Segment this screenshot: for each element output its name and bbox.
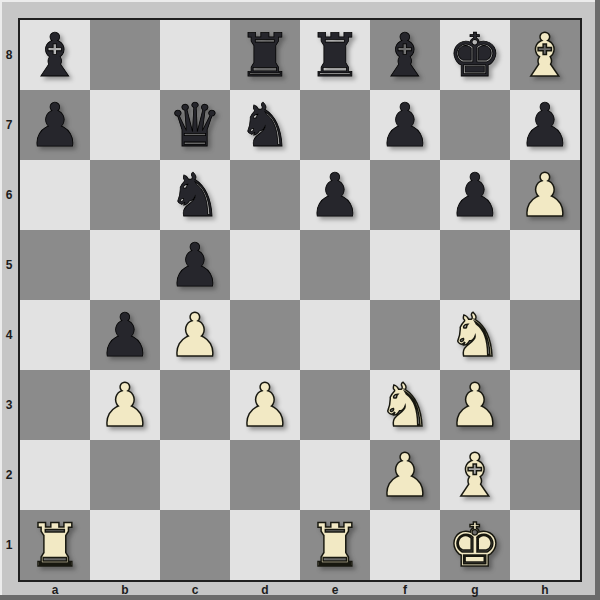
white-bishop-icon[interactable]: ♝ bbox=[518, 25, 572, 85]
square-h5[interactable] bbox=[510, 230, 580, 300]
rank-label-7: 7 bbox=[0, 90, 18, 160]
square-d8[interactable]: ♜ bbox=[230, 20, 300, 90]
black-pawn-icon[interactable]: ♟ bbox=[28, 95, 82, 155]
square-f3[interactable]: ♞ bbox=[370, 370, 440, 440]
square-f5[interactable] bbox=[370, 230, 440, 300]
square-a2[interactable] bbox=[20, 440, 90, 510]
black-pawn-icon[interactable]: ♟ bbox=[518, 95, 572, 155]
file-label-d: d bbox=[230, 581, 300, 598]
square-e5[interactable] bbox=[300, 230, 370, 300]
square-c3[interactable] bbox=[160, 370, 230, 440]
square-a5[interactable] bbox=[20, 230, 90, 300]
square-c6[interactable]: ♞ bbox=[160, 160, 230, 230]
square-h6[interactable]: ♟ bbox=[510, 160, 580, 230]
square-b2[interactable] bbox=[90, 440, 160, 510]
file-label-h: h bbox=[510, 581, 580, 598]
file-label-a: a bbox=[20, 581, 90, 598]
square-e4[interactable] bbox=[300, 300, 370, 370]
file-label-e: e bbox=[300, 581, 370, 598]
black-knight-icon[interactable]: ♞ bbox=[168, 165, 222, 225]
square-f7[interactable]: ♟ bbox=[370, 90, 440, 160]
square-b1[interactable] bbox=[90, 510, 160, 580]
file-label-b: b bbox=[90, 581, 160, 598]
square-c1[interactable] bbox=[160, 510, 230, 580]
white-rook-icon[interactable]: ♜ bbox=[28, 515, 82, 575]
square-c4[interactable]: ♟ bbox=[160, 300, 230, 370]
square-b6[interactable] bbox=[90, 160, 160, 230]
square-g6[interactable]: ♟ bbox=[440, 160, 510, 230]
square-f8[interactable]: ♝ bbox=[370, 20, 440, 90]
square-d4[interactable] bbox=[230, 300, 300, 370]
square-h1[interactable] bbox=[510, 510, 580, 580]
black-pawn-icon[interactable]: ♟ bbox=[448, 165, 502, 225]
square-b3[interactable]: ♟ bbox=[90, 370, 160, 440]
square-d2[interactable] bbox=[230, 440, 300, 510]
rank-label-6: 6 bbox=[0, 160, 18, 230]
square-c2[interactable] bbox=[160, 440, 230, 510]
square-g2[interactable]: ♝ bbox=[440, 440, 510, 510]
white-knight-icon[interactable]: ♞ bbox=[378, 375, 432, 435]
black-pawn-icon[interactable]: ♟ bbox=[308, 165, 362, 225]
square-g3[interactable]: ♟ bbox=[440, 370, 510, 440]
square-b7[interactable] bbox=[90, 90, 160, 160]
rank-label-4: 4 bbox=[0, 300, 18, 370]
chess-diagram: 8 7 6 5 4 3 2 1 ♝♜♜♝♚♝♟♛♞♟♟♞♟♟♟♟♟♟♞♟♟♞♟♟… bbox=[0, 0, 600, 600]
square-b5[interactable] bbox=[90, 230, 160, 300]
square-d3[interactable]: ♟ bbox=[230, 370, 300, 440]
square-c7[interactable]: ♛ bbox=[160, 90, 230, 160]
square-d7[interactable]: ♞ bbox=[230, 90, 300, 160]
square-e8[interactable]: ♜ bbox=[300, 20, 370, 90]
square-e6[interactable]: ♟ bbox=[300, 160, 370, 230]
square-d1[interactable] bbox=[230, 510, 300, 580]
square-h4[interactable] bbox=[510, 300, 580, 370]
file-label-c: c bbox=[160, 581, 230, 598]
rank-label-2: 2 bbox=[0, 440, 18, 510]
white-pawn-icon[interactable]: ♟ bbox=[98, 375, 152, 435]
white-pawn-icon[interactable]: ♟ bbox=[168, 305, 222, 365]
white-king-icon[interactable]: ♚ bbox=[448, 515, 502, 575]
square-d6[interactable] bbox=[230, 160, 300, 230]
white-pawn-icon[interactable]: ♟ bbox=[238, 375, 292, 435]
square-a3[interactable] bbox=[20, 370, 90, 440]
square-c5[interactable]: ♟ bbox=[160, 230, 230, 300]
rank-label-8: 8 bbox=[0, 20, 18, 90]
white-bishop-icon[interactable]: ♝ bbox=[448, 445, 502, 505]
white-pawn-icon[interactable]: ♟ bbox=[448, 375, 502, 435]
white-pawn-icon[interactable]: ♟ bbox=[518, 165, 572, 225]
black-queen-icon[interactable]: ♛ bbox=[168, 95, 222, 155]
black-pawn-icon[interactable]: ♟ bbox=[168, 235, 222, 295]
rank-labels: 8 7 6 5 4 3 2 1 bbox=[0, 20, 18, 580]
black-rook-icon[interactable]: ♜ bbox=[308, 25, 362, 85]
square-h2[interactable] bbox=[510, 440, 580, 510]
black-rook-icon[interactable]: ♜ bbox=[238, 25, 292, 85]
square-c8[interactable] bbox=[160, 20, 230, 90]
rank-label-3: 3 bbox=[0, 370, 18, 440]
square-a8[interactable]: ♝ bbox=[20, 20, 90, 90]
square-a7[interactable]: ♟ bbox=[20, 90, 90, 160]
square-h3[interactable] bbox=[510, 370, 580, 440]
square-e3[interactable] bbox=[300, 370, 370, 440]
square-g7[interactable] bbox=[440, 90, 510, 160]
square-f2[interactable]: ♟ bbox=[370, 440, 440, 510]
square-e2[interactable] bbox=[300, 440, 370, 510]
frame-bevel-top bbox=[0, 0, 600, 2]
square-f6[interactable] bbox=[370, 160, 440, 230]
square-g5[interactable] bbox=[440, 230, 510, 300]
file-label-f: f bbox=[370, 581, 440, 598]
rank-label-1: 1 bbox=[0, 510, 18, 580]
rank-label-5: 5 bbox=[0, 230, 18, 300]
black-bishop-icon[interactable]: ♝ bbox=[28, 25, 82, 85]
square-a1[interactable]: ♜ bbox=[20, 510, 90, 580]
square-h8[interactable]: ♝ bbox=[510, 20, 580, 90]
square-e1[interactable]: ♜ bbox=[300, 510, 370, 580]
square-b8[interactable] bbox=[90, 20, 160, 90]
square-g1[interactable]: ♚ bbox=[440, 510, 510, 580]
black-king-icon[interactable]: ♚ bbox=[448, 25, 502, 85]
square-f1[interactable] bbox=[370, 510, 440, 580]
black-pawn-icon[interactable]: ♟ bbox=[98, 305, 152, 365]
white-rook-icon[interactable]: ♜ bbox=[308, 515, 362, 575]
square-a4[interactable] bbox=[20, 300, 90, 370]
square-h7[interactable]: ♟ bbox=[510, 90, 580, 160]
white-knight-icon[interactable]: ♞ bbox=[448, 305, 502, 365]
square-e7[interactable] bbox=[300, 90, 370, 160]
black-bishop-icon[interactable]: ♝ bbox=[378, 25, 432, 85]
file-labels: a b c d e f g h bbox=[20, 581, 580, 598]
black-knight-icon[interactable]: ♞ bbox=[238, 95, 292, 155]
square-d5[interactable] bbox=[230, 230, 300, 300]
chess-board: ♝♜♜♝♚♝♟♛♞♟♟♞♟♟♟♟♟♟♞♟♟♞♟♟♝♜♜♚ bbox=[18, 18, 582, 582]
square-a6[interactable] bbox=[20, 160, 90, 230]
square-g4[interactable]: ♞ bbox=[440, 300, 510, 370]
frame-bevel-right bbox=[595, 0, 600, 600]
file-label-g: g bbox=[440, 581, 510, 598]
square-b4[interactable]: ♟ bbox=[90, 300, 160, 370]
square-f4[interactable] bbox=[370, 300, 440, 370]
square-g8[interactable]: ♚ bbox=[440, 20, 510, 90]
white-pawn-icon[interactable]: ♟ bbox=[378, 445, 432, 505]
black-pawn-icon[interactable]: ♟ bbox=[378, 95, 432, 155]
